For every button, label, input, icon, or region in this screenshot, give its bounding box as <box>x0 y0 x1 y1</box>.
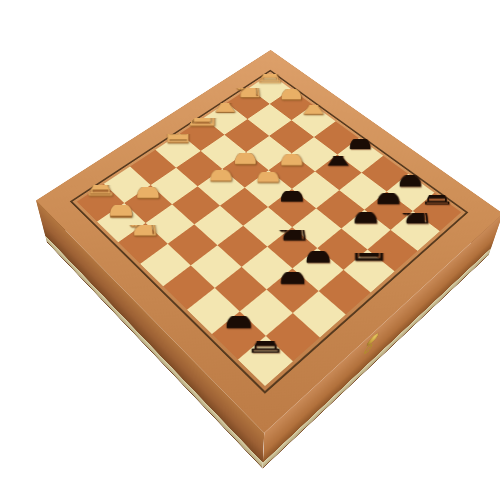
chess-set-scene: ♜♟♞♟♛♟♚♟♟♝♟♞♜♟♝♟♜♟♞♟♟♚♟♝♟♞♟♟♜ <box>0 0 500 498</box>
black-pawn-icon: ♟ <box>275 251 310 290</box>
piece-black-knight-g8[interactable]: ♞ <box>398 213 433 248</box>
black-knight-icon: ♞ <box>395 186 435 231</box>
black-king-icon: ♚ <box>342 209 397 271</box>
white-pawn-icon: ♟ <box>205 152 237 187</box>
pieces-layer: ♜♟♞♟♛♟♚♟♟♝♟♞♜♟♝♟♜♟♞♟♟♚♟♝♟♞♟♟♜ <box>77 74 462 386</box>
product-photo-background: ♜♟♞♟♛♟♚♟♟♝♟♞♜♟♝♟♜♟♞♟♟♚♟♝♟♞♟♟♜ <box>0 0 500 498</box>
white-bishop-icon: ♝ <box>295 79 333 121</box>
piece-black-rook-a8[interactable]: ♜ <box>246 341 285 380</box>
piece-white-pawn-d3[interactable]: ♟ <box>204 170 237 203</box>
board-surface: ♜♟♞♟♛♟♚♟♟♝♟♞♜♟♝♟♜♟♞♟♟♚♟♝♟♞♟♟♜ <box>36 50 500 433</box>
piece-black-king-e8[interactable]: ♚ <box>351 253 387 289</box>
piece-black-pawn-c7[interactable]: ♟ <box>274 272 311 309</box>
piece-white-queen-d1[interactable]: ♛ <box>162 134 194 166</box>
white-queen-icon: ♛ <box>156 101 200 150</box>
black-bishop-icon: ♝ <box>318 128 358 172</box>
chess-box: ♜♟♞♟♛♟♚♟♟♝♟♞♜♟♝♟♜♟♞♟♟♚♟♝♟♞♟♟♜ <box>36 50 500 433</box>
white-knight-icon: ♞ <box>122 198 163 244</box>
black-rook-icon: ♜ <box>244 312 287 360</box>
piece-white-knight-a3[interactable]: ♞ <box>125 225 160 260</box>
piece-black-bishop-g5[interactable]: ♝ <box>322 156 355 189</box>
